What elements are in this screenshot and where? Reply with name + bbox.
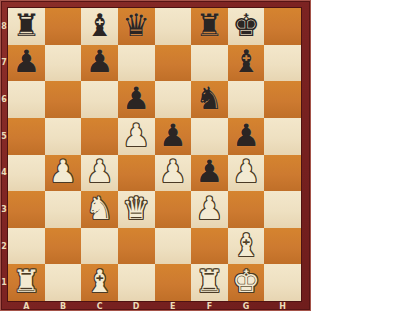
square-h2[interactable]	[264, 228, 301, 265]
rank-label-8: 8	[0, 8, 8, 45]
square-g2[interactable]: ♝	[228, 228, 265, 265]
piece-black-king: ♚	[232, 10, 260, 41]
square-c6[interactable]	[81, 81, 118, 118]
square-e7[interactable]	[155, 45, 192, 82]
square-c5[interactable]	[81, 118, 118, 155]
empty-margin	[311, 0, 414, 311]
square-f4[interactable]: ♟	[191, 155, 228, 192]
file-label-a: A	[8, 301, 45, 311]
square-a1[interactable]: ♜	[8, 264, 45, 301]
square-d3[interactable]: ♛	[118, 191, 155, 228]
rank-label-3: 3	[0, 191, 8, 228]
square-b7[interactable]	[45, 45, 82, 82]
square-b4[interactable]: ♟	[45, 155, 82, 192]
square-h8[interactable]	[264, 8, 301, 45]
piece-black-queen: ♛	[122, 10, 150, 41]
file-label-d: D	[118, 301, 155, 311]
piece-black-pawn: ♟	[232, 120, 260, 151]
piece-black-rook: ♜	[12, 10, 40, 41]
piece-black-pawn: ♟	[196, 156, 224, 187]
square-f7[interactable]	[191, 45, 228, 82]
square-b6[interactable]	[45, 81, 82, 118]
square-c7[interactable]: ♟	[81, 45, 118, 82]
square-f5[interactable]	[191, 118, 228, 155]
chess-diagram: ♜♝♛♜♚♟♟♝♟♞♟♟♟♟♟♟♟♟♞♛♟♝♜♝♜♚ 87654321 ABCD…	[0, 0, 414, 311]
piece-white-bishop: ♝	[232, 230, 260, 261]
file-labels: ABCDEFGH	[8, 301, 301, 311]
piece-white-pawn: ♟	[232, 156, 260, 187]
square-a4[interactable]	[8, 155, 45, 192]
piece-white-pawn: ♟	[159, 156, 187, 187]
square-d5[interactable]: ♟	[118, 118, 155, 155]
square-h1[interactable]	[264, 264, 301, 301]
square-d2[interactable]	[118, 228, 155, 265]
square-g7[interactable]: ♝	[228, 45, 265, 82]
piece-black-rook: ♜	[196, 10, 224, 41]
square-g1[interactable]: ♚	[228, 264, 265, 301]
square-f1[interactable]: ♜	[191, 264, 228, 301]
rank-labels: 87654321	[0, 8, 8, 301]
square-c8[interactable]: ♝	[81, 8, 118, 45]
square-a2[interactable]	[8, 228, 45, 265]
square-b5[interactable]	[45, 118, 82, 155]
square-f6[interactable]: ♞	[191, 81, 228, 118]
square-f8[interactable]: ♜	[191, 8, 228, 45]
chess-board: ♜♝♛♜♚♟♟♝♟♞♟♟♟♟♟♟♟♟♞♛♟♝♜♝♜♚ 87654321 ABCD…	[0, 0, 311, 311]
piece-black-pawn: ♟	[122, 83, 150, 114]
square-h3[interactable]	[264, 191, 301, 228]
piece-black-pawn: ♟	[159, 120, 187, 151]
piece-white-king: ♚	[232, 266, 260, 297]
piece-white-pawn: ♟	[196, 193, 224, 224]
square-e2[interactable]	[155, 228, 192, 265]
square-c3[interactable]: ♞	[81, 191, 118, 228]
square-a5[interactable]	[8, 118, 45, 155]
square-b1[interactable]	[45, 264, 82, 301]
rank-label-4: 4	[0, 155, 8, 192]
square-h7[interactable]	[264, 45, 301, 82]
square-g5[interactable]: ♟	[228, 118, 265, 155]
square-e3[interactable]	[155, 191, 192, 228]
square-a6[interactable]	[8, 81, 45, 118]
square-a8[interactable]: ♜	[8, 8, 45, 45]
piece-black-pawn: ♟	[12, 46, 40, 77]
square-b2[interactable]	[45, 228, 82, 265]
piece-white-rook: ♜	[196, 266, 224, 297]
square-g6[interactable]	[228, 81, 265, 118]
square-c4[interactable]: ♟	[81, 155, 118, 192]
square-c2[interactable]	[81, 228, 118, 265]
board-squares: ♜♝♛♜♚♟♟♝♟♞♟♟♟♟♟♟♟♟♞♛♟♝♜♝♜♚	[8, 8, 301, 301]
square-d6[interactable]: ♟	[118, 81, 155, 118]
piece-white-rook: ♜	[12, 266, 40, 297]
rank-label-6: 6	[0, 81, 8, 118]
rank-label-2: 2	[0, 228, 8, 265]
square-b3[interactable]	[45, 191, 82, 228]
piece-black-bishop: ♝	[232, 46, 260, 77]
piece-white-pawn: ♟	[49, 156, 77, 187]
square-d7[interactable]	[118, 45, 155, 82]
square-e6[interactable]	[155, 81, 192, 118]
piece-white-pawn: ♟	[86, 156, 114, 187]
square-g4[interactable]: ♟	[228, 155, 265, 192]
square-c1[interactable]: ♝	[81, 264, 118, 301]
piece-white-knight: ♞	[86, 193, 114, 224]
rank-label-7: 7	[0, 45, 8, 82]
file-label-e: E	[155, 301, 192, 311]
piece-white-queen: ♛	[122, 193, 150, 224]
square-f2[interactable]	[191, 228, 228, 265]
square-d1[interactable]	[118, 264, 155, 301]
piece-black-knight: ♞	[196, 83, 224, 114]
rank-label-1: 1	[0, 264, 8, 301]
square-f3[interactable]: ♟	[191, 191, 228, 228]
piece-white-pawn: ♟	[122, 120, 150, 151]
square-a3[interactable]	[8, 191, 45, 228]
file-label-h: H	[264, 301, 301, 311]
square-e5[interactable]: ♟	[155, 118, 192, 155]
file-label-c: C	[81, 301, 118, 311]
square-e4[interactable]: ♟	[155, 155, 192, 192]
piece-white-bishop: ♝	[86, 266, 114, 297]
file-label-b: B	[45, 301, 82, 311]
square-h6[interactable]	[264, 81, 301, 118]
file-label-g: G	[228, 301, 265, 311]
square-h4[interactable]	[264, 155, 301, 192]
rank-label-5: 5	[0, 118, 8, 155]
square-h5[interactable]	[264, 118, 301, 155]
square-g3[interactable]	[228, 191, 265, 228]
square-e8[interactable]	[155, 8, 192, 45]
square-b8[interactable]	[45, 8, 82, 45]
square-d8[interactable]: ♛	[118, 8, 155, 45]
square-e1[interactable]	[155, 264, 192, 301]
piece-black-bishop: ♝	[86, 10, 114, 41]
square-g8[interactable]: ♚	[228, 8, 265, 45]
piece-black-pawn: ♟	[86, 46, 114, 77]
square-d4[interactable]	[118, 155, 155, 192]
file-label-f: F	[191, 301, 228, 311]
square-a7[interactable]: ♟	[8, 45, 45, 82]
